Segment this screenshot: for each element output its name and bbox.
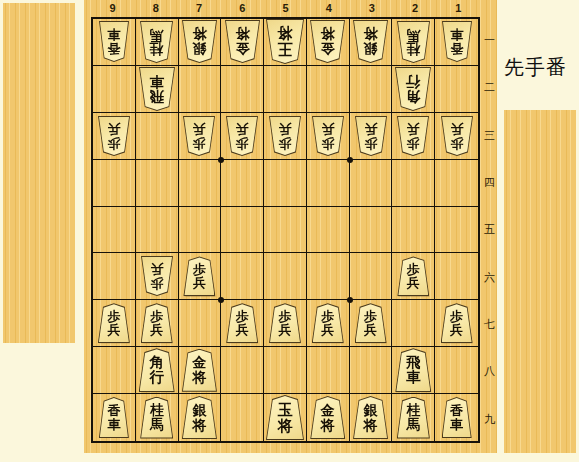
piece-face: 香車 (100, 398, 128, 437)
square-79[interactable]: 銀将 (179, 394, 222, 441)
file-label-1: 1 (437, 1, 480, 17)
file-label-7: 7 (177, 1, 220, 17)
square-94[interactable] (93, 160, 136, 207)
square-76[interactable]: 歩兵 (179, 253, 222, 300)
square-33[interactable]: 歩兵 (350, 113, 393, 160)
piece-kanji: 歩 (236, 310, 249, 324)
piece-gote-pawn[interactable]: 歩兵 (269, 116, 301, 156)
piece-gote-pawn[interactable]: 歩兵 (98, 116, 130, 156)
square-92[interactable] (93, 66, 136, 113)
piece-kanji: 金 (321, 403, 335, 418)
piece-sente-king[interactable]: 玉将 (266, 395, 304, 440)
square-93[interactable]: 歩兵 (93, 113, 136, 160)
piece-kanji: 馬 (150, 28, 164, 42)
square-71[interactable]: 銀将 (179, 19, 222, 66)
piece-kanji: 将 (192, 370, 206, 385)
square-49[interactable]: 金将 (307, 394, 350, 441)
square-12[interactable] (435, 66, 478, 113)
square-81[interactable]: 桂馬 (136, 19, 179, 66)
piece-gote-king[interactable]: 王将 (266, 19, 304, 64)
piece-kanji: 歩 (278, 136, 291, 150)
piece-kanji: 馬 (407, 418, 421, 432)
rank-label-8: 八 (482, 348, 497, 395)
piece-kanji: 王 (277, 42, 292, 58)
square-69[interactable] (221, 394, 264, 441)
piece-face: 角行 (140, 349, 174, 391)
piece-gote-pawn[interactable]: 歩兵 (141, 256, 173, 296)
rank-label-3: 三 (482, 112, 497, 159)
square-99[interactable]: 香車 (93, 394, 136, 441)
piece-face: 歩兵 (142, 257, 172, 295)
square-47[interactable]: 歩兵 (307, 300, 350, 347)
piece-kanji: 兵 (236, 323, 249, 337)
square-86[interactable]: 歩兵 (136, 253, 179, 300)
square-38[interactable] (350, 347, 393, 394)
square-58[interactable] (264, 347, 307, 394)
piece-face: 金将 (311, 21, 344, 62)
square-31[interactable]: 銀将 (350, 19, 393, 66)
piece-kanji: 車 (107, 28, 120, 42)
piece-face: 角行 (396, 68, 430, 110)
piece-gote-pawn[interactable]: 歩兵 (312, 116, 344, 156)
square-32[interactable] (350, 66, 393, 113)
square-11[interactable]: 香車 (435, 19, 478, 66)
square-85[interactable] (136, 207, 179, 254)
piece-sente-pawn[interactable]: 歩兵 (441, 303, 473, 343)
square-34[interactable] (350, 160, 393, 207)
piece-kanji: 歩 (407, 263, 420, 277)
square-53[interactable]: 歩兵 (264, 113, 307, 160)
square-27[interactable] (392, 300, 435, 347)
hoshi-dot (218, 157, 224, 163)
piece-kanji: 桂 (150, 403, 164, 417)
piece-sente-pawn[interactable]: 歩兵 (355, 303, 387, 343)
file-labels: 987654321 (91, 1, 480, 17)
piece-gote-gold[interactable]: 金将 (310, 20, 345, 63)
piece-face: 桂馬 (398, 22, 429, 62)
piece-kanji: 将 (321, 418, 335, 433)
square-43[interactable]: 歩兵 (307, 113, 350, 160)
piece-face: 歩兵 (442, 117, 472, 155)
square-19[interactable]: 香車 (435, 394, 478, 441)
piece-kanji: 金 (235, 42, 249, 57)
square-88[interactable]: 角行 (136, 347, 179, 394)
square-67[interactable]: 歩兵 (221, 300, 264, 347)
piece-kanji: 兵 (193, 276, 206, 290)
square-62[interactable] (221, 66, 264, 113)
piece-kanji: 兵 (236, 122, 249, 136)
piece-sente-gold[interactable]: 金将 (182, 349, 217, 392)
piece-gote-gold[interactable]: 金将 (225, 20, 260, 63)
square-95[interactable] (93, 207, 136, 254)
square-96[interactable] (93, 253, 136, 300)
piece-kanji: 歩 (193, 263, 206, 277)
piece-face: 銀将 (354, 21, 387, 62)
shogi-board: 987654321 一二三四五六七八九 香車桂馬銀将金将王将金将銀将桂馬香車飛車… (84, 0, 497, 453)
piece-kanji: 兵 (150, 263, 163, 277)
square-55[interactable] (264, 207, 307, 254)
piece-face: 飛車 (396, 349, 430, 391)
square-51[interactable]: 王将 (264, 19, 307, 66)
piece-sente-pawn[interactable]: 歩兵 (397, 256, 429, 296)
piece-kanji: 歩 (364, 136, 377, 150)
piece-sente-gold[interactable]: 金将 (310, 396, 345, 439)
rank-label-6: 六 (482, 254, 497, 301)
piece-kanji: 歩 (150, 310, 163, 324)
piece-kanji: 兵 (321, 122, 334, 136)
square-89[interactable]: 桂馬 (136, 394, 179, 441)
piece-kanji: 香 (107, 42, 120, 56)
piece-sente-pawn[interactable]: 歩兵 (269, 303, 301, 343)
rank-label-5: 五 (482, 206, 497, 253)
piece-kanji: 角 (406, 89, 421, 104)
piece-kanji: 兵 (278, 323, 291, 337)
piece-face: 玉将 (267, 396, 303, 439)
piece-sente-pawn[interactable]: 歩兵 (98, 303, 130, 343)
hoshi-dot (347, 157, 353, 163)
piece-face: 歩兵 (142, 304, 172, 342)
piece-kanji: 兵 (407, 276, 420, 290)
piece-gote-knight[interactable]: 桂馬 (397, 21, 430, 63)
piece-face: 歩兵 (398, 117, 428, 155)
hoshi-dot (347, 297, 353, 303)
square-82[interactable]: 飛車 (136, 66, 179, 113)
piece-kanji: 銀 (364, 42, 378, 57)
square-21[interactable]: 桂馬 (392, 19, 435, 66)
piece-sente-pawn[interactable]: 歩兵 (226, 303, 258, 343)
square-28[interactable]: 飛車 (392, 347, 435, 394)
piece-sente-pawn[interactable]: 歩兵 (312, 303, 344, 343)
piece-kanji: 兵 (321, 323, 334, 337)
rank-labels: 一二三四五六七八九 (482, 17, 497, 443)
square-54[interactable] (264, 160, 307, 207)
square-44[interactable] (307, 160, 350, 207)
piece-gote-lance[interactable]: 香車 (442, 21, 472, 62)
piece-face: 歩兵 (184, 117, 214, 155)
piece-gote-silver[interactable]: 銀将 (353, 20, 388, 63)
square-13[interactable]: 歩兵 (435, 113, 478, 160)
turn-indicator-label: 先手番 (504, 54, 567, 81)
piece-sente-lance[interactable]: 香車 (442, 397, 472, 438)
piece-kanji: 歩 (107, 136, 120, 150)
square-97[interactable]: 歩兵 (93, 300, 136, 347)
piece-face: 香車 (100, 22, 128, 61)
square-78[interactable]: 金将 (179, 347, 222, 394)
square-36[interactable] (350, 253, 393, 300)
piece-gote-rook[interactable]: 飛車 (139, 67, 175, 111)
piece-face: 歩兵 (227, 304, 257, 342)
square-23[interactable]: 歩兵 (392, 113, 435, 160)
piece-kanji: 桂 (407, 42, 421, 56)
piece-gote-pawn[interactable]: 歩兵 (441, 116, 473, 156)
square-48[interactable] (307, 347, 350, 394)
square-24[interactable] (392, 160, 435, 207)
piece-sente-rook[interactable]: 飛車 (395, 348, 431, 392)
piece-face: 王将 (267, 20, 303, 63)
piece-kanji: 香 (450, 42, 463, 56)
board-grid: 香車桂馬銀将金将王将金将銀将桂馬香車飛車角行歩兵歩兵歩兵歩兵歩兵歩兵歩兵歩兵歩兵… (91, 17, 480, 443)
piece-face: 銀将 (354, 397, 387, 438)
piece-sente-silver[interactable]: 銀将 (182, 396, 217, 439)
piece-face: 香車 (443, 398, 471, 437)
shogi-diagram: 987654321 一二三四五六七八九 香車桂馬銀将金将王将金将銀将桂馬香車飛車… (0, 0, 579, 462)
piece-face: 歩兵 (356, 117, 386, 155)
piece-kanji: 歩 (407, 136, 420, 150)
square-68[interactable] (221, 347, 264, 394)
piece-face: 歩兵 (99, 117, 129, 155)
piece-kanji: 兵 (278, 122, 291, 136)
sente-piece-stand[interactable] (504, 110, 576, 453)
square-26[interactable]: 歩兵 (392, 253, 435, 300)
piece-gote-pawn[interactable]: 歩兵 (397, 116, 429, 156)
piece-face: 金将 (311, 397, 344, 438)
piece-kanji: 車 (149, 73, 164, 88)
square-98[interactable] (93, 347, 136, 394)
piece-kanji: 金 (321, 42, 335, 57)
piece-face: 桂馬 (141, 22, 172, 62)
piece-kanji: 馬 (150, 418, 164, 432)
square-45[interactable] (307, 207, 350, 254)
square-41[interactable]: 金将 (307, 19, 350, 66)
piece-face: 桂馬 (398, 398, 429, 438)
piece-kanji: 桂 (150, 42, 164, 56)
file-label-9: 9 (91, 1, 134, 17)
square-75[interactable] (179, 207, 222, 254)
piece-kanji: 将 (321, 27, 335, 42)
piece-face: 歩兵 (270, 117, 300, 155)
piece-kanji: 香 (107, 404, 120, 418)
piece-gote-bishop[interactable]: 角行 (395, 67, 431, 111)
square-14[interactable] (435, 160, 478, 207)
square-91[interactable]: 香車 (93, 19, 136, 66)
piece-kanji: 兵 (450, 323, 463, 337)
piece-sente-pawn[interactable]: 歩兵 (183, 256, 215, 296)
piece-face: 歩兵 (356, 304, 386, 342)
piece-face: 銀将 (183, 397, 216, 438)
file-label-3: 3 (350, 1, 393, 17)
square-87[interactable]: 歩兵 (136, 300, 179, 347)
piece-face: 桂馬 (141, 398, 172, 438)
square-57[interactable]: 歩兵 (264, 300, 307, 347)
piece-kanji: 将 (364, 27, 378, 42)
square-17[interactable]: 歩兵 (435, 300, 478, 347)
piece-face: 銀将 (183, 21, 216, 62)
square-46[interactable] (307, 253, 350, 300)
piece-kanji: 歩 (364, 310, 377, 324)
square-63[interactable]: 歩兵 (221, 113, 264, 160)
piece-kanji: 飛 (406, 355, 421, 370)
piece-kanji: 将 (192, 418, 206, 433)
piece-kanji: 将 (277, 418, 292, 434)
piece-kanji: 角 (149, 355, 164, 370)
square-39[interactable]: 銀将 (350, 394, 393, 441)
piece-face: 金将 (226, 21, 259, 62)
piece-face: 香車 (443, 22, 471, 61)
square-37[interactable]: 歩兵 (350, 300, 393, 347)
square-73[interactable]: 歩兵 (179, 113, 222, 160)
square-56[interactable] (264, 253, 307, 300)
square-29[interactable]: 桂馬 (392, 394, 435, 441)
piece-kanji: 将 (235, 27, 249, 42)
piece-kanji: 車 (107, 418, 120, 432)
piece-kanji: 兵 (107, 323, 120, 337)
gote-piece-stand[interactable] (3, 3, 75, 343)
square-15[interactable] (435, 207, 478, 254)
piece-kanji: 桂 (407, 403, 421, 417)
piece-kanji: 馬 (407, 28, 421, 42)
piece-kanji: 兵 (150, 323, 163, 337)
piece-sente-pawn[interactable]: 歩兵 (141, 303, 173, 343)
square-25[interactable] (392, 207, 435, 254)
file-label-4: 4 (307, 1, 350, 17)
square-84[interactable] (136, 160, 179, 207)
square-64[interactable] (221, 160, 264, 207)
piece-sente-lance[interactable]: 香車 (99, 397, 129, 438)
piece-kanji: 飛 (149, 89, 164, 104)
piece-kanji: 銀 (364, 403, 378, 418)
piece-kanji: 兵 (107, 122, 120, 136)
rank-label-1: 一 (482, 17, 497, 64)
piece-face: 歩兵 (184, 257, 214, 295)
piece-sente-bishop[interactable]: 角行 (139, 348, 175, 392)
square-22[interactable]: 角行 (392, 66, 435, 113)
piece-kanji: 行 (149, 370, 164, 385)
square-83[interactable] (136, 113, 179, 160)
piece-kanji: 香 (450, 404, 463, 418)
piece-gote-pawn[interactable]: 歩兵 (183, 116, 215, 156)
square-61[interactable]: 金将 (221, 19, 264, 66)
piece-gote-pawn[interactable]: 歩兵 (355, 116, 387, 156)
piece-kanji: 銀 (192, 42, 206, 57)
square-74[interactable] (179, 160, 222, 207)
piece-gote-lance[interactable]: 香車 (99, 21, 129, 62)
square-35[interactable] (350, 207, 393, 254)
rank-label-9: 九 (482, 396, 497, 443)
piece-face: 歩兵 (270, 304, 300, 342)
piece-face: 歩兵 (313, 117, 343, 155)
piece-kanji: 銀 (192, 403, 206, 418)
square-18[interactable] (435, 347, 478, 394)
piece-kanji: 歩 (193, 136, 206, 150)
square-59[interactable]: 玉将 (264, 394, 307, 441)
piece-kanji: 将 (364, 418, 378, 433)
piece-kanji: 車 (406, 370, 421, 385)
piece-kanji: 金 (192, 355, 206, 370)
piece-kanji: 車 (450, 418, 463, 432)
piece-kanji: 歩 (236, 136, 249, 150)
piece-kanji: 兵 (407, 122, 420, 136)
piece-face: 金将 (183, 350, 216, 391)
piece-kanji: 将 (192, 27, 206, 42)
piece-kanji: 行 (406, 73, 421, 88)
piece-face: 歩兵 (313, 304, 343, 342)
file-label-5: 5 (264, 1, 307, 17)
piece-kanji: 兵 (364, 323, 377, 337)
file-label-2: 2 (394, 1, 437, 17)
piece-kanji: 玉 (277, 402, 292, 418)
file-label-8: 8 (134, 1, 177, 17)
piece-kanji: 兵 (450, 122, 463, 136)
square-52[interactable] (264, 66, 307, 113)
piece-kanji: 歩 (321, 310, 334, 324)
piece-face: 飛車 (140, 68, 174, 110)
piece-face: 歩兵 (99, 304, 129, 342)
piece-face: 歩兵 (442, 304, 472, 342)
piece-kanji: 歩 (450, 136, 463, 150)
square-42[interactable] (307, 66, 350, 113)
piece-kanji: 歩 (107, 310, 120, 324)
piece-kanji: 兵 (193, 122, 206, 136)
piece-face: 歩兵 (398, 257, 428, 295)
rank-label-4: 四 (482, 159, 497, 206)
piece-kanji: 歩 (321, 136, 334, 150)
piece-kanji: 歩 (278, 310, 291, 324)
square-16[interactable] (435, 253, 478, 300)
piece-kanji: 車 (450, 28, 463, 42)
piece-gote-pawn[interactable]: 歩兵 (226, 116, 258, 156)
square-77[interactable] (179, 300, 222, 347)
rank-label-2: 二 (482, 64, 497, 111)
square-72[interactable] (179, 66, 222, 113)
piece-gote-knight[interactable]: 桂馬 (140, 21, 173, 63)
square-66[interactable] (221, 253, 264, 300)
piece-face: 歩兵 (227, 117, 257, 155)
piece-kanji: 歩 (150, 276, 163, 290)
piece-kanji: 歩 (450, 310, 463, 324)
piece-kanji: 兵 (364, 122, 377, 136)
piece-kanji: 将 (277, 26, 292, 42)
rank-label-7: 七 (482, 301, 497, 348)
square-65[interactable] (221, 207, 264, 254)
piece-sente-knight[interactable]: 桂馬 (140, 397, 173, 439)
hoshi-dot (218, 297, 224, 303)
piece-sente-silver[interactable]: 銀将 (353, 396, 388, 439)
piece-gote-silver[interactable]: 銀将 (182, 20, 217, 63)
piece-sente-knight[interactable]: 桂馬 (397, 397, 430, 439)
file-label-6: 6 (221, 1, 264, 17)
